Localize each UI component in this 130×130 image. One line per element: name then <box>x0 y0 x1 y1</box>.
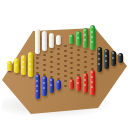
hole[interactable] <box>50 66 53 68</box>
hole[interactable] <box>84 56 87 58</box>
hole[interactable] <box>57 58 60 60</box>
peg-green[interactable] <box>83 38 88 48</box>
hole[interactable] <box>64 80 67 82</box>
hole[interactable] <box>77 69 80 71</box>
hole[interactable] <box>57 48 60 50</box>
hole[interactable] <box>70 52 73 54</box>
hole[interactable] <box>64 55 67 57</box>
peg-white[interactable] <box>49 38 54 48</box>
peg-green[interactable] <box>76 36 81 46</box>
peg-red[interactable] <box>83 83 88 93</box>
hole[interactable] <box>64 45 67 47</box>
hole[interactable] <box>36 62 39 64</box>
peg-black[interactable] <box>104 59 109 69</box>
peg-yellow[interactable] <box>14 63 19 73</box>
peg-white[interactable] <box>56 35 61 45</box>
peg-blue[interactable] <box>49 83 54 93</box>
hole[interactable] <box>77 59 80 61</box>
hole[interactable] <box>36 67 39 69</box>
hole[interactable] <box>64 70 67 72</box>
hole[interactable] <box>70 62 73 64</box>
hole[interactable] <box>91 58 94 60</box>
peg-red[interactable] <box>69 79 74 89</box>
hole[interactable] <box>43 64 46 66</box>
peg-blue[interactable] <box>42 86 47 96</box>
hole[interactable] <box>50 61 53 63</box>
hole[interactable] <box>50 71 53 73</box>
peg-yellow[interactable] <box>28 67 33 77</box>
hole[interactable] <box>64 50 67 52</box>
hole[interactable] <box>57 73 60 75</box>
peg-black[interactable] <box>97 62 102 72</box>
peg-black[interactable] <box>118 53 123 63</box>
peg-yellow[interactable] <box>21 65 26 75</box>
hole[interactable] <box>77 64 80 66</box>
hole[interactable] <box>57 68 60 70</box>
hole[interactable] <box>77 49 80 51</box>
peg-white[interactable] <box>42 41 47 51</box>
hole[interactable] <box>70 72 73 74</box>
hole[interactable] <box>84 61 87 63</box>
hole[interactable] <box>84 51 87 53</box>
photo-background <box>0 0 130 130</box>
hole[interactable] <box>64 85 67 87</box>
hole[interactable] <box>57 53 60 55</box>
hole[interactable] <box>64 60 67 62</box>
peg-green[interactable] <box>69 34 74 44</box>
hole[interactable] <box>70 67 73 69</box>
hole[interactable] <box>70 57 73 59</box>
hole[interactable] <box>50 56 53 58</box>
hole[interactable] <box>91 53 94 55</box>
peg-blue[interactable] <box>56 80 61 90</box>
hole[interactable] <box>70 47 73 49</box>
peg-green[interactable] <box>90 40 95 50</box>
peg-black[interactable] <box>111 56 116 66</box>
peg-blue[interactable] <box>35 89 40 99</box>
peg-yellow[interactable] <box>7 61 12 71</box>
hole[interactable] <box>91 63 94 65</box>
hole[interactable] <box>43 59 46 61</box>
hole[interactable] <box>64 75 67 77</box>
hole[interactable] <box>57 63 60 65</box>
peg-red[interactable] <box>76 81 81 91</box>
peg-red[interactable] <box>90 85 95 95</box>
hole[interactable] <box>77 54 80 56</box>
hole[interactable] <box>64 65 67 67</box>
hole[interactable] <box>84 66 87 68</box>
hole[interactable] <box>43 54 46 56</box>
hole[interactable] <box>43 69 46 71</box>
hole[interactable] <box>50 51 53 53</box>
peg-white[interactable] <box>35 44 40 54</box>
hole[interactable] <box>36 57 39 59</box>
pegs-layer <box>0 0 130 130</box>
